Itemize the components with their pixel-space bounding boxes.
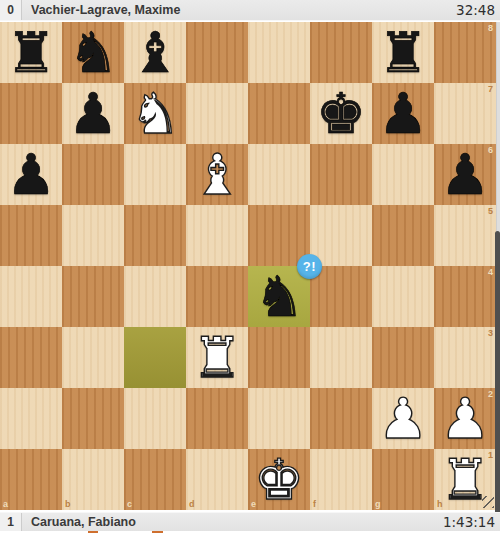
square-h4[interactable]: 4: [434, 266, 496, 327]
square-b3[interactable]: [62, 327, 124, 388]
square-c4[interactable]: [124, 266, 186, 327]
square-b5[interactable]: [62, 205, 124, 266]
square-g5[interactable]: [372, 205, 434, 266]
file-label-f: f: [313, 499, 316, 509]
square-f1[interactable]: f: [310, 449, 372, 510]
square-d6[interactable]: ♝: [186, 144, 248, 205]
square-e3[interactable]: [248, 327, 310, 388]
square-d5[interactable]: [186, 205, 248, 266]
square-a4[interactable]: [0, 266, 62, 327]
square-f6[interactable]: [310, 144, 372, 205]
piece-white-knight[interactable]: ♞: [124, 83, 186, 144]
rank-label-7: 7: [488, 84, 493, 94]
square-e7[interactable]: [248, 83, 310, 144]
square-g6[interactable]: [372, 144, 434, 205]
piece-white-pawn[interactable]: ♟: [372, 388, 434, 449]
top-player-score: 0: [0, 0, 22, 20]
square-f4[interactable]: [310, 266, 372, 327]
piece-white-rook[interactable]: ♜: [186, 327, 248, 388]
square-f3[interactable]: [310, 327, 372, 388]
square-d8[interactable]: [186, 22, 248, 83]
piece-black-knight[interactable]: ♞: [62, 22, 124, 83]
square-e6[interactable]: [248, 144, 310, 205]
board-resize-handle[interactable]: [482, 496, 494, 508]
square-d7[interactable]: [186, 83, 248, 144]
square-f5[interactable]: [310, 205, 372, 266]
player-bar-top: 0 Vachier-Lagrave, Maxime 32:48: [0, 0, 500, 21]
square-b1[interactable]: b: [62, 449, 124, 510]
square-a2[interactable]: [0, 388, 62, 449]
file-label-b: b: [65, 499, 71, 509]
square-h7[interactable]: 7: [434, 83, 496, 144]
file-label-c: c: [127, 499, 132, 509]
bottom-player-score: 1: [0, 513, 22, 531]
square-d3[interactable]: ♜: [186, 327, 248, 388]
square-a7[interactable]: [0, 83, 62, 144]
chess-board[interactable]: ♜♞♝♜8♟♞♚♟7♟♝♟65♞?!4♜3♟♟2abcd♚efg♜1h: [0, 22, 496, 510]
rank-label-4: 4: [488, 267, 493, 277]
square-d1[interactable]: d: [186, 449, 248, 510]
square-g8[interactable]: ♜: [372, 22, 434, 83]
square-c5[interactable]: [124, 205, 186, 266]
file-label-g: g: [375, 499, 381, 509]
top-player-name[interactable]: Vachier-Lagrave, Maxime: [22, 3, 456, 17]
piece-black-pawn[interactable]: ♟: [434, 144, 496, 205]
square-a8[interactable]: ♜: [0, 22, 62, 83]
square-c8[interactable]: ♝: [124, 22, 186, 83]
piece-black-pawn[interactable]: ♟: [62, 83, 124, 144]
square-g7[interactable]: ♟: [372, 83, 434, 144]
bottom-player-name[interactable]: Caruana, Fabiano: [22, 515, 443, 529]
square-c3[interactable]: [124, 327, 186, 388]
square-a3[interactable]: [0, 327, 62, 388]
rank-label-5: 5: [488, 206, 493, 216]
square-e2[interactable]: [248, 388, 310, 449]
square-a6[interactable]: ♟: [0, 144, 62, 205]
square-g4[interactable]: [372, 266, 434, 327]
piece-black-pawn[interactable]: ♟: [372, 83, 434, 144]
square-b8[interactable]: ♞: [62, 22, 124, 83]
square-g2[interactable]: ♟: [372, 388, 434, 449]
square-a5[interactable]: [0, 205, 62, 266]
piece-black-pawn[interactable]: ♟: [0, 144, 62, 205]
square-f2[interactable]: [310, 388, 372, 449]
square-b4[interactable]: [62, 266, 124, 327]
move-annotation-badge-dubious: ?!: [297, 254, 322, 279]
square-e8[interactable]: [248, 22, 310, 83]
rank-label-3: 3: [488, 328, 493, 338]
square-h6[interactable]: ♟6: [434, 144, 496, 205]
square-d2[interactable]: [186, 388, 248, 449]
square-d4[interactable]: [186, 266, 248, 327]
square-e1[interactable]: ♚e: [248, 449, 310, 510]
piece-black-king[interactable]: ♚: [310, 83, 372, 144]
piece-white-king[interactable]: ♚: [248, 449, 310, 510]
piece-white-bishop[interactable]: ♝: [186, 144, 248, 205]
file-label-a: a: [3, 499, 8, 509]
square-c6[interactable]: [124, 144, 186, 205]
square-h2[interactable]: ♟2: [434, 388, 496, 449]
piece-black-rook[interactable]: ♜: [372, 22, 434, 83]
square-f8[interactable]: [310, 22, 372, 83]
square-h8[interactable]: 8: [434, 22, 496, 83]
piece-black-bishop[interactable]: ♝: [124, 22, 186, 83]
square-g1[interactable]: g: [372, 449, 434, 510]
square-b2[interactable]: [62, 388, 124, 449]
square-c2[interactable]: [124, 388, 186, 449]
square-h5[interactable]: 5: [434, 205, 496, 266]
square-f7[interactable]: ♚: [310, 83, 372, 144]
top-player-clock: 32:48: [456, 2, 500, 18]
square-b7[interactable]: ♟: [62, 83, 124, 144]
piece-white-pawn[interactable]: ♟: [434, 388, 496, 449]
square-a1[interactable]: a: [0, 449, 62, 510]
square-g3[interactable]: [372, 327, 434, 388]
square-e4[interactable]: ♞?!: [248, 266, 310, 327]
square-b6[interactable]: [62, 144, 124, 205]
square-h3[interactable]: 3: [434, 327, 496, 388]
piece-black-rook[interactable]: ♜: [0, 22, 62, 83]
square-c7[interactable]: ♞: [124, 83, 186, 144]
player-bar-bottom: 1 Caruana, Fabiano 1:43:14: [0, 512, 500, 531]
square-c1[interactable]: c: [124, 449, 186, 510]
bottom-player-clock: 1:43:14: [443, 514, 500, 530]
rank-label-8: 8: [488, 23, 493, 33]
file-label-d: d: [189, 499, 195, 509]
